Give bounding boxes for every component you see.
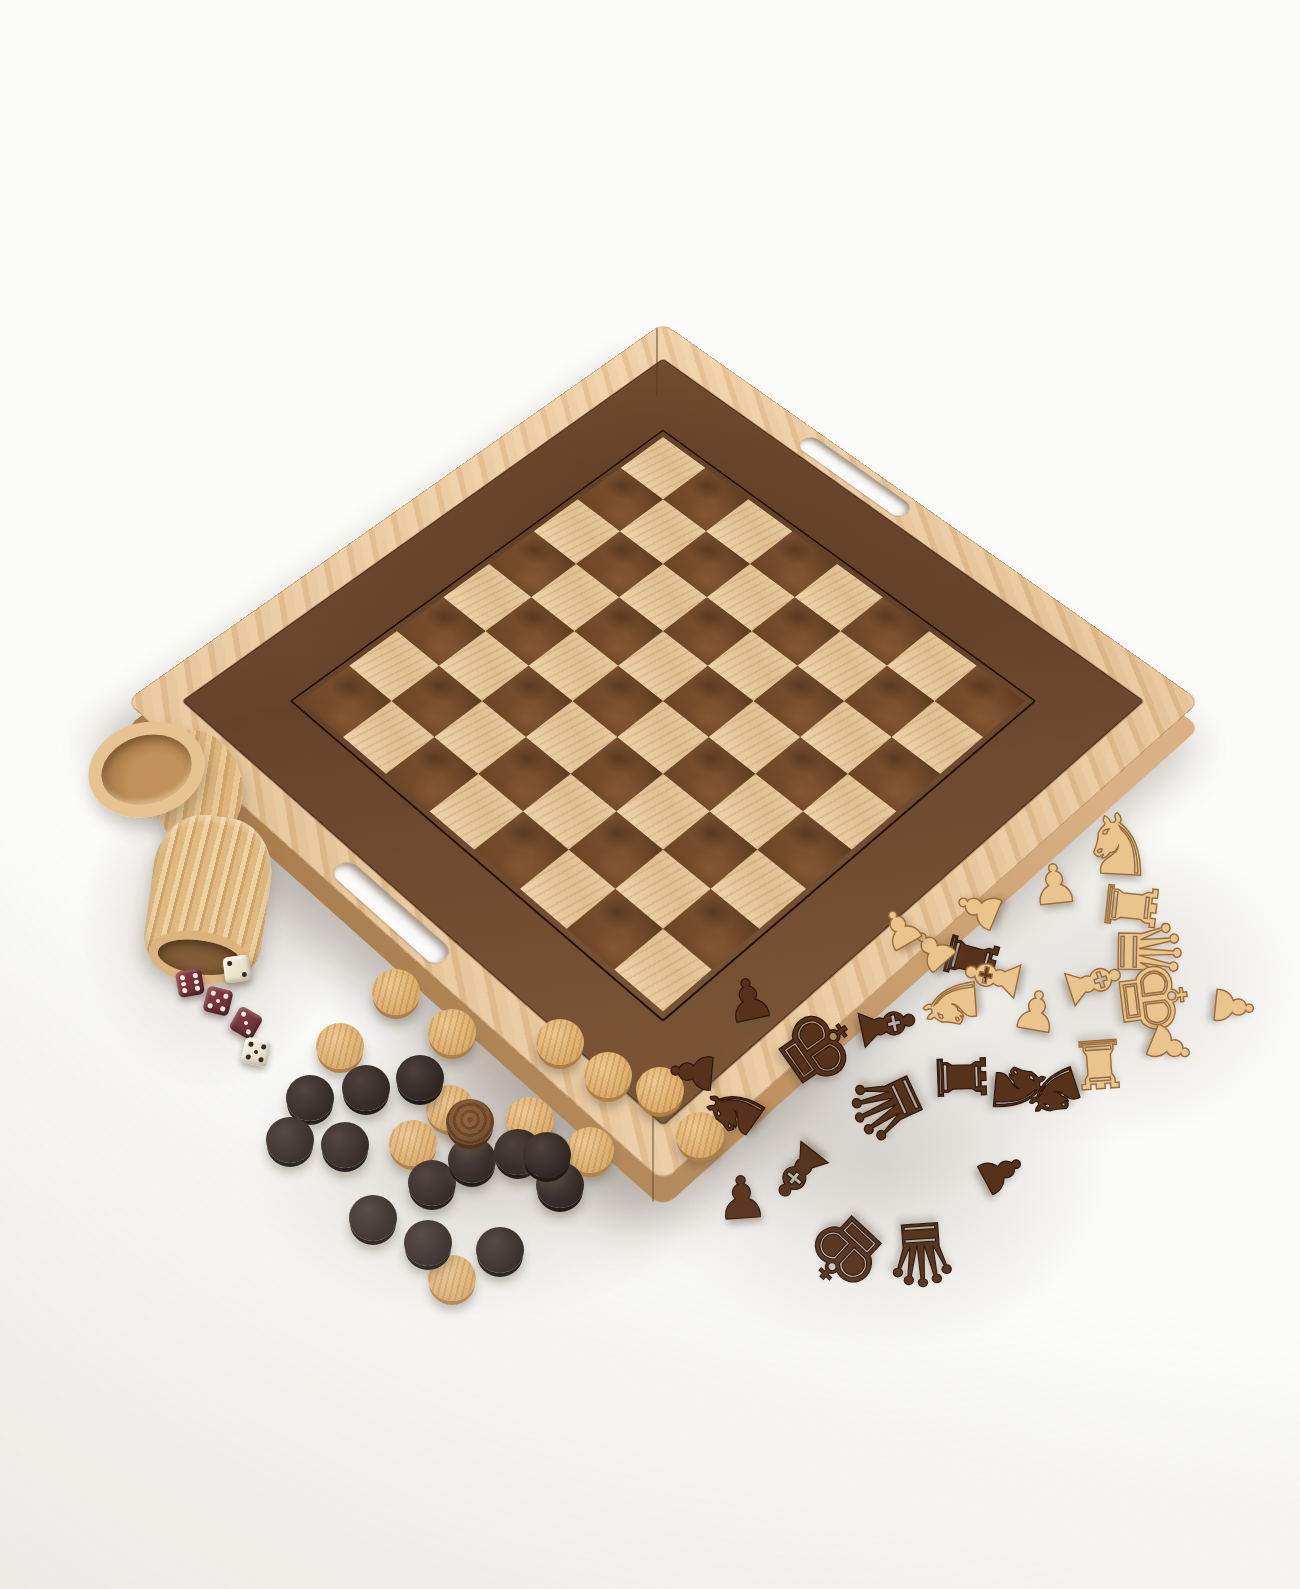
- checker-disc-dark[interactable]: [266, 1117, 314, 1163]
- checker-disc-light[interactable]: [372, 969, 420, 1015]
- die-pip: [220, 1006, 226, 1012]
- checker-disc-dark[interactable]: [342, 1065, 390, 1111]
- die-pip-empty: [253, 1042, 261, 1050]
- checker-disc-dark[interactable]: [321, 1122, 369, 1168]
- die-pip: [179, 975, 185, 981]
- die-pip: [182, 988, 188, 994]
- die-burgundy-showing-5[interactable]: [202, 985, 234, 1017]
- die-pip: [227, 961, 232, 966]
- checker-disc-light[interactable]: [428, 1009, 476, 1055]
- chess-piece-dark-queen[interactable]: ♛: [880, 1208, 963, 1299]
- chess-piece-light-pawn[interactable]: ♟: [1007, 981, 1064, 1043]
- chess-piece-light-pawn[interactable]: ♟: [1028, 856, 1082, 915]
- die-pip-empty: [212, 1003, 220, 1011]
- mitre-seam-top-corner: [656, 328, 658, 396]
- die-pip-empty: [234, 972, 242, 980]
- die-ivory-showing-5[interactable]: [241, 1037, 272, 1068]
- checker-disc-dark[interactable]: [523, 1132, 571, 1178]
- die-pip: [194, 979, 200, 985]
- checker-disc-walnut[interactable]: [446, 1099, 494, 1145]
- die-pip-empty: [246, 1047, 254, 1055]
- die-pip: [242, 972, 247, 977]
- dice-cup-lying[interactable]: [139, 809, 278, 984]
- die-pip: [245, 1029, 252, 1036]
- checker-disc-light[interactable]: [536, 1019, 584, 1065]
- chess-piece-light-rook[interactable]: ♜: [1067, 1028, 1131, 1098]
- checker-disc-dark[interactable]: [286, 1075, 334, 1121]
- die-pip-empty: [251, 1055, 259, 1063]
- die-pip: [181, 981, 187, 987]
- die-pip-empty: [187, 986, 195, 994]
- chess-piece-dark-pawn[interactable]: ♟: [966, 1138, 1036, 1206]
- checker-disc-dark[interactable]: [349, 1195, 397, 1241]
- die-burgundy-showing-6[interactable]: [175, 968, 205, 998]
- checker-disc-dark[interactable]: [404, 1220, 452, 1266]
- die-pip: [258, 1057, 264, 1063]
- die-ivory-showing-2[interactable]: [222, 954, 251, 983]
- die-pip-empty: [240, 964, 248, 972]
- checker-disc-light[interactable]: [584, 1052, 632, 1098]
- die-pip: [195, 986, 201, 992]
- die-burgundy-showing-3[interactable]: [228, 1005, 264, 1041]
- product-photo-scene: ♟♚♝♜♟♞♛♜♞♝♟♚♛♟♞♞♟♟♜♟♛♝♝♚♞♟♜♟♟♟: [0, 0, 1300, 1589]
- checker-disc-light[interactable]: [316, 1023, 364, 1069]
- chess-piece-light-knight[interactable]: ♞: [912, 969, 988, 1038]
- chess-piece-light-pawn[interactable]: ♟: [1205, 981, 1262, 1033]
- checker-disc-dark[interactable]: [476, 1227, 524, 1273]
- chess-piece-dark-pawn[interactable]: ♟: [714, 1167, 770, 1228]
- mitre-seam-bottom-corner: [652, 1108, 654, 1202]
- checker-disc-dark[interactable]: [396, 1055, 444, 1101]
- die-pip: [193, 972, 199, 978]
